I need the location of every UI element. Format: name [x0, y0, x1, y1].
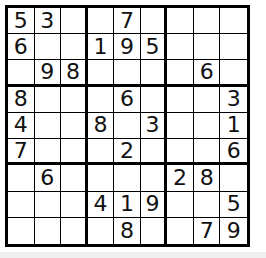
cell-r9c8-given[interactable]: 7	[194, 218, 221, 244]
cell-r7c5-empty[interactable]	[114, 165, 141, 191]
cell-r5c3-empty[interactable]	[61, 113, 88, 139]
cell-r5c9-given[interactable]: 1	[220, 113, 247, 139]
cell-r6c2-empty[interactable]	[35, 139, 62, 165]
cell-r7c4-empty[interactable]	[88, 165, 115, 191]
cell-r5c5-empty[interactable]	[114, 113, 141, 139]
cell-r5c2-empty[interactable]	[35, 113, 62, 139]
cell-r3c4-empty[interactable]	[88, 60, 115, 86]
cell-r8c2-empty[interactable]	[35, 192, 62, 218]
cell-r7c7-given[interactable]: 2	[167, 165, 194, 191]
cell-r8c1-empty[interactable]	[8, 192, 35, 218]
cell-r9c5-given[interactable]: 8	[114, 218, 141, 244]
cell-r2c3-empty[interactable]	[61, 34, 88, 60]
cell-r3c9-empty[interactable]	[220, 60, 247, 86]
cell-r4c6-empty[interactable]	[141, 87, 168, 113]
cell-r2c5-given[interactable]: 9	[114, 34, 141, 60]
cell-r8c9-given[interactable]: 5	[220, 192, 247, 218]
cell-r5c7-empty[interactable]	[167, 113, 194, 139]
sudoku-page: 537619598686348317266284195879	[0, 0, 266, 258]
cell-r4c4-empty[interactable]	[88, 87, 115, 113]
cell-r3c3-given[interactable]: 8	[61, 60, 88, 86]
cell-r2c7-empty[interactable]	[167, 34, 194, 60]
cell-r7c9-empty[interactable]	[220, 165, 247, 191]
cell-r6c4-empty[interactable]	[88, 139, 115, 165]
cell-r8c4-given[interactable]: 4	[88, 192, 115, 218]
cell-r7c1-empty[interactable]	[8, 165, 35, 191]
cell-r6c8-empty[interactable]	[194, 139, 221, 165]
cell-r1c9-empty[interactable]	[220, 8, 247, 34]
cell-r3c7-empty[interactable]	[167, 60, 194, 86]
cell-r2c9-empty[interactable]	[220, 34, 247, 60]
cell-r8c5-given[interactable]: 1	[114, 192, 141, 218]
cell-r4c1-given[interactable]: 8	[8, 87, 35, 113]
cell-r2c8-empty[interactable]	[194, 34, 221, 60]
cell-r6c3-empty[interactable]	[61, 139, 88, 165]
cell-r4c5-given[interactable]: 6	[114, 87, 141, 113]
cell-r9c9-given[interactable]: 9	[220, 218, 247, 244]
cell-r5c1-given[interactable]: 4	[8, 113, 35, 139]
cell-r5c6-given[interactable]: 3	[141, 113, 168, 139]
cell-r2c1-given[interactable]: 6	[8, 34, 35, 60]
cell-r7c2-given[interactable]: 6	[35, 165, 62, 191]
sudoku-board: 537619598686348317266284195879	[5, 5, 250, 247]
cell-r6c5-given[interactable]: 2	[114, 139, 141, 165]
cell-r1c8-empty[interactable]	[194, 8, 221, 34]
cell-r9c7-empty[interactable]	[167, 218, 194, 244]
cell-r9c6-empty[interactable]	[141, 218, 168, 244]
cell-r9c2-empty[interactable]	[35, 218, 62, 244]
cell-r6c9-given[interactable]: 6	[220, 139, 247, 165]
page-background-strip	[0, 252, 266, 258]
cell-r1c3-empty[interactable]	[61, 8, 88, 34]
cell-r2c2-empty[interactable]	[35, 34, 62, 60]
cell-r8c7-empty[interactable]	[167, 192, 194, 218]
cell-r3c5-empty[interactable]	[114, 60, 141, 86]
cell-r3c1-empty[interactable]	[8, 60, 35, 86]
cell-r1c2-given[interactable]: 3	[35, 8, 62, 34]
cell-r9c4-empty[interactable]	[88, 218, 115, 244]
cell-r9c3-empty[interactable]	[61, 218, 88, 244]
cell-r8c8-empty[interactable]	[194, 192, 221, 218]
cell-r1c6-empty[interactable]	[141, 8, 168, 34]
cell-r3c6-empty[interactable]	[141, 60, 168, 86]
cell-r8c3-empty[interactable]	[61, 192, 88, 218]
cell-r4c8-empty[interactable]	[194, 87, 221, 113]
cell-r7c6-empty[interactable]	[141, 165, 168, 191]
cell-r7c3-empty[interactable]	[61, 165, 88, 191]
cell-r7c8-given[interactable]: 8	[194, 165, 221, 191]
cell-r3c2-given[interactable]: 9	[35, 60, 62, 86]
cell-r4c3-empty[interactable]	[61, 87, 88, 113]
cell-r4c9-given[interactable]: 3	[220, 87, 247, 113]
cell-r1c7-empty[interactable]	[167, 8, 194, 34]
cell-r6c6-empty[interactable]	[141, 139, 168, 165]
cell-r4c2-empty[interactable]	[35, 87, 62, 113]
cell-r1c4-empty[interactable]	[88, 8, 115, 34]
cell-r3c8-given[interactable]: 6	[194, 60, 221, 86]
cell-r5c8-empty[interactable]	[194, 113, 221, 139]
cell-r8c6-given[interactable]: 9	[141, 192, 168, 218]
cell-r9c1-empty[interactable]	[8, 218, 35, 244]
cell-r2c4-given[interactable]: 1	[88, 34, 115, 60]
cell-r1c1-given[interactable]: 5	[8, 8, 35, 34]
cell-r5c4-given[interactable]: 8	[88, 113, 115, 139]
cell-r2c6-given[interactable]: 5	[141, 34, 168, 60]
cell-r6c7-empty[interactable]	[167, 139, 194, 165]
cell-r1c5-given[interactable]: 7	[114, 8, 141, 34]
cell-r4c7-empty[interactable]	[167, 87, 194, 113]
cell-r6c1-given[interactable]: 7	[8, 139, 35, 165]
